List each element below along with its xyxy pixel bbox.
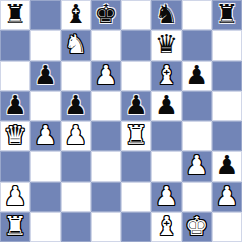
piece-white-pawn[interactable]: ♟ [94,61,117,90]
square-b1[interactable] [30,212,60,242]
square-g8[interactable] [182,0,212,30]
square-b3[interactable] [30,151,60,181]
piece-white-king[interactable]: ♚ [185,212,208,241]
square-c3[interactable] [61,151,91,181]
square-f4[interactable] [151,121,181,151]
piece-white-pawn[interactable]: ♟ [155,182,178,211]
square-b2[interactable] [30,182,60,212]
square-f6[interactable]: ♝ [151,61,181,91]
piece-white-rook[interactable]: ♜ [124,121,147,150]
square-a8[interactable]: ♜ [0,0,30,30]
piece-black-pawn[interactable]: ♟ [3,91,26,120]
square-c1[interactable] [61,212,91,242]
piece-white-queen[interactable]: ♛ [3,121,26,150]
square-h3[interactable]: ♟ [212,151,242,181]
piece-white-rook[interactable]: ♜ [3,212,26,241]
square-g7[interactable] [182,30,212,60]
chess-board: ♜♝♚♞♜♞♛♟♟♝♟♟♟♟♟♛♟♟♜♟♟♟♟♟♜♝♚ [0,0,242,242]
square-c6[interactable] [61,61,91,91]
square-h8[interactable]: ♜ [212,0,242,30]
piece-white-bishop[interactable]: ♝ [155,61,178,90]
piece-white-pawn[interactable]: ♟ [3,182,26,211]
square-g4[interactable] [182,121,212,151]
square-h2[interactable]: ♟ [212,182,242,212]
square-b8[interactable] [30,0,60,30]
square-c7[interactable]: ♞ [61,30,91,60]
square-e1[interactable] [121,212,151,242]
square-a7[interactable] [0,30,30,60]
piece-white-knight[interactable]: ♞ [64,30,87,59]
square-g2[interactable] [182,182,212,212]
piece-black-rook[interactable]: ♜ [3,0,26,29]
piece-black-rook[interactable]: ♜ [215,0,238,29]
square-a1[interactable]: ♜ [0,212,30,242]
square-g3[interactable]: ♟ [182,151,212,181]
square-e8[interactable] [121,0,151,30]
square-a3[interactable] [0,151,30,181]
square-d7[interactable] [91,30,121,60]
square-h5[interactable] [212,91,242,121]
square-e6[interactable] [121,61,151,91]
square-b4[interactable]: ♟ [30,121,60,151]
piece-white-pawn[interactable]: ♟ [64,121,87,150]
piece-white-pawn[interactable]: ♟ [34,121,57,150]
square-h1[interactable] [212,212,242,242]
square-a2[interactable]: ♟ [0,182,30,212]
piece-white-bishop[interactable]: ♝ [155,212,178,241]
square-d1[interactable] [91,212,121,242]
piece-black-pawn[interactable]: ♟ [215,151,238,180]
square-e7[interactable] [121,30,151,60]
square-c4[interactable]: ♟ [61,121,91,151]
square-d5[interactable] [91,91,121,121]
square-a5[interactable]: ♟ [0,91,30,121]
piece-black-king[interactable]: ♚ [94,0,117,29]
square-e2[interactable] [121,182,151,212]
square-c2[interactable] [61,182,91,212]
piece-black-pawn[interactable]: ♟ [185,61,208,90]
square-f8[interactable]: ♞ [151,0,181,30]
square-c5[interactable]: ♟ [61,91,91,121]
square-h6[interactable] [212,61,242,91]
square-f5[interactable]: ♟ [151,91,181,121]
square-b5[interactable] [30,91,60,121]
piece-white-pawn[interactable]: ♟ [185,151,208,180]
piece-black-pawn[interactable]: ♟ [155,91,178,120]
square-h7[interactable] [212,30,242,60]
square-a4[interactable]: ♛ [0,121,30,151]
square-g5[interactable] [182,91,212,121]
piece-black-pawn[interactable]: ♟ [34,61,57,90]
square-e3[interactable] [121,151,151,181]
square-d3[interactable] [91,151,121,181]
square-d6[interactable]: ♟ [91,61,121,91]
square-e4[interactable]: ♜ [121,121,151,151]
piece-black-pawn[interactable]: ♟ [64,91,87,120]
square-f3[interactable] [151,151,181,181]
square-f7[interactable]: ♛ [151,30,181,60]
square-f1[interactable]: ♝ [151,212,181,242]
square-a6[interactable] [0,61,30,91]
square-c8[interactable]: ♝ [61,0,91,30]
square-h4[interactable] [212,121,242,151]
square-g6[interactable]: ♟ [182,61,212,91]
square-b7[interactable] [30,30,60,60]
square-b6[interactable]: ♟ [30,61,60,91]
square-d8[interactable]: ♚ [91,0,121,30]
piece-black-pawn[interactable]: ♟ [124,91,147,120]
piece-white-pawn[interactable]: ♟ [215,182,238,211]
square-f2[interactable]: ♟ [151,182,181,212]
square-e5[interactable]: ♟ [121,91,151,121]
piece-black-queen[interactable]: ♛ [155,30,178,59]
piece-black-knight[interactable]: ♞ [155,0,178,29]
square-d2[interactable] [91,182,121,212]
piece-black-bishop[interactable]: ♝ [64,0,87,29]
square-d4[interactable] [91,121,121,151]
square-g1[interactable]: ♚ [182,212,212,242]
